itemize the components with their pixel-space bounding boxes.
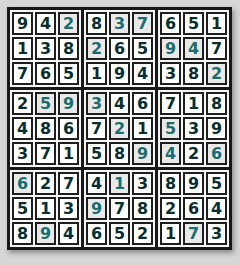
cell-r9c6[interactable]: 2 [132, 222, 153, 245]
cell-r1c7[interactable]: 6 [160, 12, 181, 35]
cell-r8c7[interactable]: 2 [160, 197, 181, 220]
cell-r8c1[interactable]: 5 [12, 197, 33, 220]
cell-r8c6[interactable]: 8 [132, 197, 153, 220]
cell-r2c1[interactable]: 1 [12, 37, 33, 60]
cell-r7c4[interactable]: 4 [86, 172, 107, 195]
cell-r9c9[interactable]: 3 [206, 222, 227, 245]
sudoku-board: 9421387658372651946519473822594863713467… [7, 7, 232, 250]
cell-r9c4[interactable]: 6 [86, 222, 107, 245]
cell-r4c5[interactable]: 4 [109, 92, 130, 115]
cell-r6c7[interactable]: 4 [160, 142, 181, 165]
cell-r3c9[interactable]: 2 [206, 62, 227, 85]
cell-r4c9[interactable]: 8 [206, 92, 227, 115]
cell-r4c1[interactable]: 2 [12, 92, 33, 115]
cell-r9c8[interactable]: 7 [183, 222, 204, 245]
cell-r2c4[interactable]: 2 [86, 37, 107, 60]
cell-r2c3[interactable]: 8 [58, 37, 79, 60]
box-1-1: 942138765 [10, 10, 81, 87]
cell-r3c3[interactable]: 5 [58, 62, 79, 85]
cell-r4c4[interactable]: 3 [86, 92, 107, 115]
cell-r7c1[interactable]: 6 [12, 172, 33, 195]
box-3-3: 895264173 [158, 170, 229, 247]
cell-r2c9[interactable]: 7 [206, 37, 227, 60]
cell-r9c7[interactable]: 1 [160, 222, 181, 245]
cell-r4c8[interactable]: 1 [183, 92, 204, 115]
cell-r7c6[interactable]: 3 [132, 172, 153, 195]
cell-r8c9[interactable]: 4 [206, 197, 227, 220]
cell-r7c3[interactable]: 7 [58, 172, 79, 195]
cell-r5c6[interactable]: 1 [132, 117, 153, 140]
cell-r1c9[interactable]: 1 [206, 12, 227, 35]
cell-r8c8[interactable]: 6 [183, 197, 204, 220]
cell-r3c4[interactable]: 1 [86, 62, 107, 85]
box-1-3: 651947382 [158, 10, 229, 87]
box-2-2: 346721589 [84, 90, 155, 167]
cell-r8c2[interactable]: 1 [35, 197, 56, 220]
cell-r5c7[interactable]: 5 [160, 117, 181, 140]
cell-r7c5[interactable]: 1 [109, 172, 130, 195]
cell-r1c2[interactable]: 4 [35, 12, 56, 35]
cell-r1c1[interactable]: 9 [12, 12, 33, 35]
cell-r2c2[interactable]: 3 [35, 37, 56, 60]
cell-r3c7[interactable]: 3 [160, 62, 181, 85]
cell-r3c5[interactable]: 9 [109, 62, 130, 85]
cell-r3c1[interactable]: 7 [12, 62, 33, 85]
cell-r6c2[interactable]: 7 [35, 142, 56, 165]
box-3-2: 413978652 [84, 170, 155, 247]
cell-r8c3[interactable]: 3 [58, 197, 79, 220]
box-3-1: 627513894 [10, 170, 81, 247]
cell-r6c3[interactable]: 1 [58, 142, 79, 165]
cell-r3c8[interactable]: 8 [183, 62, 204, 85]
box-2-1: 259486371 [10, 90, 81, 167]
cell-r4c6[interactable]: 6 [132, 92, 153, 115]
cell-r9c3[interactable]: 4 [58, 222, 79, 245]
cell-r2c8[interactable]: 4 [183, 37, 204, 60]
cell-r5c4[interactable]: 7 [86, 117, 107, 140]
cell-r7c2[interactable]: 2 [35, 172, 56, 195]
cell-r4c3[interactable]: 9 [58, 92, 79, 115]
cell-r7c9[interactable]: 5 [206, 172, 227, 195]
cell-r1c6[interactable]: 7 [132, 12, 153, 35]
cell-r4c2[interactable]: 5 [35, 92, 56, 115]
cell-r6c9[interactable]: 6 [206, 142, 227, 165]
cell-r7c8[interactable]: 9 [183, 172, 204, 195]
cell-r1c8[interactable]: 5 [183, 12, 204, 35]
cell-r7c7[interactable]: 8 [160, 172, 181, 195]
cell-r1c3[interactable]: 2 [58, 12, 79, 35]
cell-r6c8[interactable]: 2 [183, 142, 204, 165]
cell-r9c1[interactable]: 8 [12, 222, 33, 245]
cell-r5c2[interactable]: 8 [35, 117, 56, 140]
cell-r6c6[interactable]: 9 [132, 142, 153, 165]
cell-r1c5[interactable]: 3 [109, 12, 130, 35]
cell-r5c1[interactable]: 4 [12, 117, 33, 140]
cell-r8c4[interactable]: 9 [86, 197, 107, 220]
box-2-3: 718539426 [158, 90, 229, 167]
cell-r9c5[interactable]: 5 [109, 222, 130, 245]
cell-r5c8[interactable]: 3 [183, 117, 204, 140]
cell-r2c7[interactable]: 9 [160, 37, 181, 60]
cell-r9c2[interactable]: 9 [35, 222, 56, 245]
cell-r5c9[interactable]: 9 [206, 117, 227, 140]
cell-r5c5[interactable]: 2 [109, 117, 130, 140]
cell-r3c2[interactable]: 6 [35, 62, 56, 85]
cell-r6c5[interactable]: 8 [109, 142, 130, 165]
box-1-2: 837265194 [84, 10, 155, 87]
cell-r6c1[interactable]: 3 [12, 142, 33, 165]
cell-r6c4[interactable]: 5 [86, 142, 107, 165]
cell-r3c6[interactable]: 4 [132, 62, 153, 85]
cell-r8c5[interactable]: 7 [109, 197, 130, 220]
cell-r2c6[interactable]: 5 [132, 37, 153, 60]
cell-r1c4[interactable]: 8 [86, 12, 107, 35]
cell-r2c5[interactable]: 6 [109, 37, 130, 60]
cell-r5c3[interactable]: 6 [58, 117, 79, 140]
cell-r4c7[interactable]: 7 [160, 92, 181, 115]
